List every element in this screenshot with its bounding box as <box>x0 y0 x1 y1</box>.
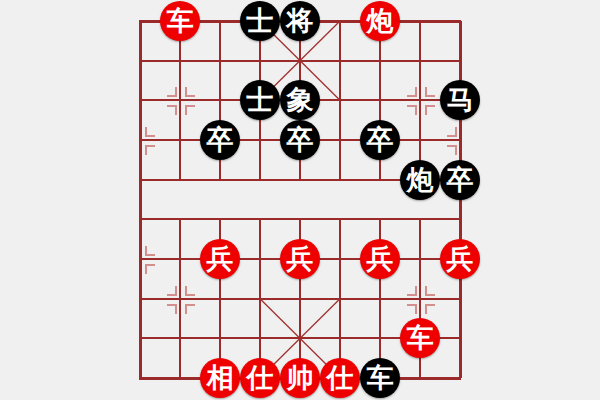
piece-black-soldier[interactable]: 卒 <box>360 120 400 160</box>
piece-black-cannon[interactable]: 炮 <box>400 160 440 200</box>
point-marker <box>167 87 177 97</box>
xiangqi-app: 车士将炮士象马卒卒卒炮卒兵兵兵兵车相仕帅仕车 <box>0 0 600 400</box>
piece-red-chariot[interactable]: 车 <box>160 1 200 41</box>
point-marker <box>145 264 155 274</box>
point-marker <box>167 286 177 296</box>
piece-black-soldier[interactable]: 卒 <box>440 160 480 200</box>
piece-black-horse[interactable]: 马 <box>440 80 480 120</box>
piece-red-soldier[interactable]: 兵 <box>280 239 320 279</box>
piece-black-soldier[interactable]: 卒 <box>280 120 320 160</box>
point-marker <box>447 145 457 155</box>
piece-red-cannon[interactable]: 炮 <box>360 1 400 41</box>
point-marker <box>145 145 155 155</box>
point-marker <box>185 87 195 97</box>
point-marker <box>407 105 417 115</box>
point-marker <box>167 105 177 115</box>
xiangqi-board[interactable]: 车士将炮士象马卒卒卒炮卒兵兵兵兵车相仕帅仕车 <box>140 21 460 378</box>
point-marker <box>185 105 195 115</box>
point-marker <box>425 304 435 314</box>
point-marker <box>407 304 417 314</box>
point-marker <box>145 127 155 137</box>
point-marker <box>185 286 195 296</box>
point-marker <box>447 127 457 137</box>
piece-black-advisor[interactable]: 士 <box>240 1 280 41</box>
point-marker <box>425 286 435 296</box>
piece-red-elephant[interactable]: 相 <box>200 358 240 398</box>
piece-red-general[interactable]: 帅 <box>280 358 320 398</box>
point-marker <box>167 304 177 314</box>
point-marker <box>407 286 417 296</box>
piece-red-soldier[interactable]: 兵 <box>200 239 240 279</box>
piece-red-soldier[interactable]: 兵 <box>360 239 400 279</box>
piece-red-advisor[interactable]: 仕 <box>240 358 280 398</box>
piece-black-soldier[interactable]: 卒 <box>200 120 240 160</box>
point-marker <box>145 246 155 256</box>
piece-red-soldier[interactable]: 兵 <box>440 239 480 279</box>
piece-red-advisor[interactable]: 仕 <box>320 358 360 398</box>
point-marker <box>425 87 435 97</box>
piece-black-chariot[interactable]: 车 <box>360 358 400 398</box>
point-marker <box>185 304 195 314</box>
point-marker <box>425 105 435 115</box>
point-marker <box>407 87 417 97</box>
piece-black-general[interactable]: 将 <box>280 1 320 41</box>
